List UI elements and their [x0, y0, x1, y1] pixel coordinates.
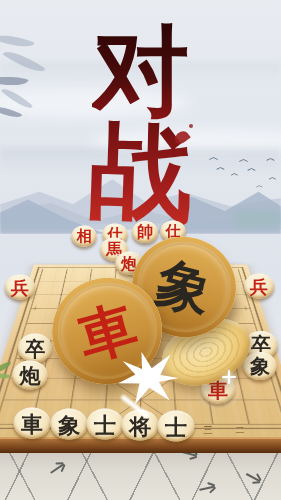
bird-icon — [266, 157, 273, 161]
bird-icon — [256, 185, 262, 188]
xiangqi-piece-black: 炮 — [13, 361, 48, 390]
xiangqi-piece-red: 兵 — [244, 274, 274, 299]
stone-floor — [0, 450, 281, 500]
glint-sparkle-icon — [222, 370, 236, 384]
xiangqi-piece-black: 士 — [87, 409, 124, 440]
bird-icon — [247, 167, 254, 171]
xiangqi-piece-black: 象 — [51, 409, 88, 440]
xiangqi-piece-black: 卒 — [18, 334, 52, 363]
bird-icon — [216, 166, 223, 170]
xiangqi-piece-red: 兵 — [5, 275, 35, 300]
file-label: 二 — [236, 424, 245, 437]
xiangqi-piece-black: 象 — [243, 352, 276, 380]
bird-icon — [269, 176, 275, 179]
xiangqi-piece-black: 士 — [157, 411, 194, 442]
xiangqi-piece-black: 車 — [14, 408, 51, 439]
ink-wash-band — [0, 62, 281, 82]
file-label: 三 — [204, 424, 213, 437]
bird-icon — [231, 172, 237, 175]
versus-intro-screen: 对 战 八七六五四三二 相仕帥仕馬炮兵兵卒炮卒象炮車車象士将士 象車 — [0, 0, 281, 500]
water-tint — [235, 210, 281, 228]
xiangqi-piece-red: 相 — [72, 226, 97, 247]
xiangqi-piece-red: 帥 — [132, 221, 158, 243]
bird-icon — [209, 156, 217, 160]
bird-icon — [239, 158, 247, 162]
